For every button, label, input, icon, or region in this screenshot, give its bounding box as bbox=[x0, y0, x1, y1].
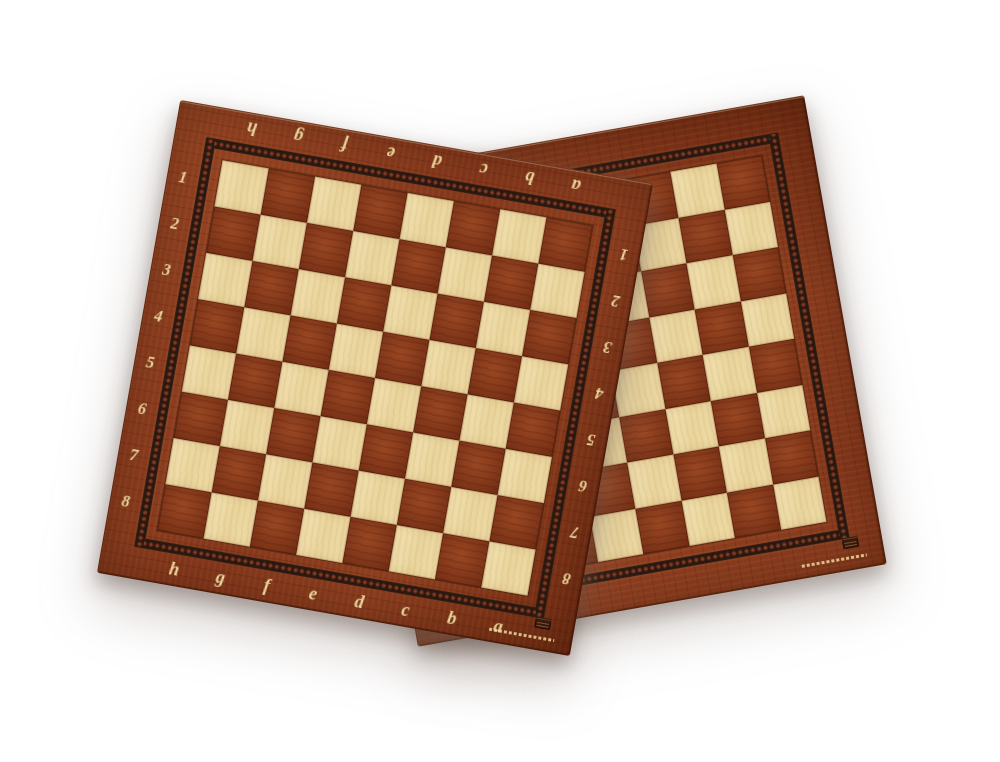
coordinate-label: 5 bbox=[130, 336, 170, 388]
coordinate-label: 4 bbox=[139, 290, 179, 342]
coordinate-label: 1 bbox=[163, 151, 203, 203]
square-f6 bbox=[266, 408, 320, 462]
square-c8 bbox=[389, 525, 443, 579]
square-e3 bbox=[337, 277, 391, 331]
square-d2 bbox=[391, 239, 445, 293]
square-r2c8 bbox=[724, 201, 778, 255]
maker-stamp-icon bbox=[842, 536, 860, 550]
square-e2 bbox=[345, 231, 399, 285]
square-h3 bbox=[198, 253, 252, 307]
square-r8c4 bbox=[589, 508, 643, 562]
front-chessboard: hgfedcba hgfedcba 12345678 12345678 bbox=[97, 100, 653, 656]
square-r4c8 bbox=[740, 293, 794, 347]
square-a3 bbox=[522, 310, 576, 364]
product-photo-scene: hgfedcba hgfedcba 12345678 12345678 bbox=[0, 0, 1000, 762]
square-r6c8 bbox=[756, 384, 810, 438]
coordinate-label: d bbox=[411, 142, 463, 182]
square-r3c7 bbox=[686, 255, 740, 309]
square-e4 bbox=[329, 324, 383, 378]
square-a2 bbox=[530, 264, 584, 318]
square-h2 bbox=[206, 206, 260, 260]
square-r6c7 bbox=[711, 393, 765, 447]
square-r7c7 bbox=[719, 438, 773, 492]
square-g5 bbox=[228, 354, 282, 408]
square-d6 bbox=[359, 424, 413, 478]
square-f2 bbox=[299, 223, 353, 277]
coordinate-label: g bbox=[194, 557, 246, 598]
square-c3 bbox=[429, 294, 483, 348]
square-r7c8 bbox=[765, 430, 819, 484]
square-g4 bbox=[236, 307, 290, 361]
square-r4c7 bbox=[695, 301, 749, 355]
coordinate-label: c bbox=[380, 590, 432, 631]
square-a1 bbox=[538, 217, 592, 271]
square-c2 bbox=[438, 247, 492, 301]
square-h7 bbox=[165, 438, 219, 492]
square-b1 bbox=[492, 209, 546, 263]
square-d3 bbox=[383, 285, 437, 339]
coordinate-label: a bbox=[550, 166, 602, 206]
coordinate-label: e bbox=[365, 133, 417, 173]
square-r3c6 bbox=[641, 263, 695, 317]
coordinate-label: 3 bbox=[147, 244, 187, 296]
square-f1 bbox=[307, 177, 361, 231]
square-r4c6 bbox=[649, 309, 703, 363]
square-b3 bbox=[476, 302, 530, 356]
coordinate-label: c bbox=[457, 150, 509, 190]
square-g3 bbox=[244, 261, 298, 315]
square-d8 bbox=[342, 517, 396, 571]
coordinate-label: f bbox=[241, 566, 293, 607]
square-b6 bbox=[451, 441, 505, 495]
square-h6 bbox=[174, 392, 228, 446]
coordinate-label: e bbox=[287, 574, 339, 615]
coordinate-label: b bbox=[504, 158, 556, 198]
square-b2 bbox=[484, 255, 538, 309]
coordinate-label: a bbox=[472, 606, 524, 647]
square-f3 bbox=[291, 269, 345, 323]
square-h5 bbox=[182, 345, 236, 399]
square-r2c7 bbox=[678, 209, 732, 263]
square-c6 bbox=[405, 432, 459, 486]
square-h1 bbox=[214, 160, 268, 214]
coordinate-label: 2 bbox=[155, 197, 195, 249]
square-h8 bbox=[157, 484, 211, 538]
square-b7 bbox=[443, 487, 497, 541]
square-b4 bbox=[468, 348, 522, 402]
square-g8 bbox=[203, 492, 257, 546]
square-r6c6 bbox=[665, 401, 719, 455]
square-r1c7 bbox=[670, 164, 724, 218]
square-g2 bbox=[252, 215, 306, 269]
coordinate-label: h bbox=[148, 549, 200, 590]
square-a5 bbox=[506, 402, 560, 456]
square-c4 bbox=[421, 340, 475, 394]
square-r6c5 bbox=[619, 409, 673, 463]
coordinate-label: f bbox=[319, 125, 371, 165]
square-a6 bbox=[498, 449, 552, 503]
coordinate-label: 8 bbox=[106, 475, 146, 527]
coordinate-label: d bbox=[333, 582, 385, 623]
square-a4 bbox=[514, 356, 568, 410]
square-r8c7 bbox=[727, 484, 781, 538]
coordinate-label: 7 bbox=[114, 429, 154, 481]
square-r7c5 bbox=[627, 455, 681, 509]
square-a8 bbox=[481, 541, 535, 595]
square-a7 bbox=[489, 495, 543, 549]
square-r5c8 bbox=[748, 339, 802, 393]
square-r5c7 bbox=[703, 347, 757, 401]
square-r8c5 bbox=[635, 500, 689, 554]
square-e7 bbox=[304, 462, 358, 516]
square-b8 bbox=[435, 533, 489, 587]
maker-microtext bbox=[489, 628, 555, 642]
square-h4 bbox=[190, 299, 244, 353]
square-e8 bbox=[296, 509, 350, 563]
square-r3c8 bbox=[732, 247, 786, 301]
square-d7 bbox=[351, 471, 405, 525]
square-d5 bbox=[367, 378, 421, 432]
square-f4 bbox=[282, 315, 336, 369]
square-r1c8 bbox=[716, 156, 770, 210]
square-g6 bbox=[220, 400, 274, 454]
square-b5 bbox=[459, 394, 513, 448]
square-c7 bbox=[397, 479, 451, 533]
coordinate-label: g bbox=[272, 117, 324, 157]
square-g7 bbox=[212, 446, 266, 500]
square-d1 bbox=[399, 193, 453, 247]
maker-microtext bbox=[802, 553, 868, 567]
square-e1 bbox=[353, 185, 407, 239]
maker-stamp-icon bbox=[534, 617, 552, 631]
square-f7 bbox=[258, 454, 312, 508]
square-r8c6 bbox=[681, 492, 735, 546]
coordinate-label: h bbox=[226, 109, 278, 149]
square-f5 bbox=[274, 362, 328, 416]
square-c1 bbox=[446, 201, 500, 255]
square-f8 bbox=[250, 501, 304, 555]
square-d4 bbox=[375, 332, 429, 386]
square-e6 bbox=[312, 416, 366, 470]
coordinate-label: 6 bbox=[122, 383, 162, 435]
front-board-grid bbox=[157, 160, 593, 596]
square-c5 bbox=[413, 386, 467, 440]
square-e5 bbox=[321, 370, 375, 424]
square-r7c6 bbox=[673, 446, 727, 500]
square-r8c8 bbox=[773, 476, 827, 530]
square-g1 bbox=[261, 168, 315, 222]
square-r5c6 bbox=[657, 355, 711, 409]
